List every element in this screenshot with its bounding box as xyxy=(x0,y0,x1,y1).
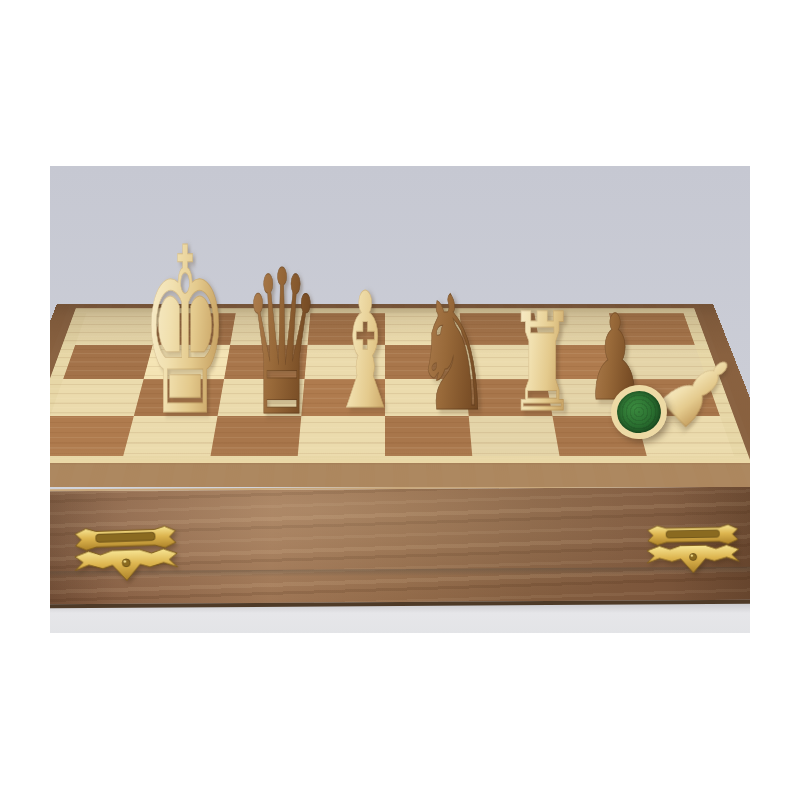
board-square xyxy=(534,313,617,345)
board-square xyxy=(385,313,462,345)
board-square xyxy=(144,345,230,379)
board-square xyxy=(308,313,385,345)
board-square xyxy=(218,379,305,416)
board-square xyxy=(385,416,472,456)
board-square xyxy=(63,345,153,379)
board-square xyxy=(230,313,310,345)
board-square xyxy=(153,313,236,345)
board-square xyxy=(301,379,385,416)
board-square xyxy=(609,313,695,345)
board-square xyxy=(385,345,465,379)
board-square xyxy=(305,345,385,379)
board-square xyxy=(298,416,385,456)
board-square xyxy=(460,313,540,345)
board-square xyxy=(385,379,469,416)
board-square xyxy=(224,345,307,379)
board-square xyxy=(210,416,301,456)
product-photo-page: ♚ ♛ ♝ ♞ ♜ ♟ ♟ xyxy=(0,0,800,800)
board-square xyxy=(465,379,552,416)
chess-set-photo: ♚ ♛ ♝ ♞ ♜ ♟ ♟ xyxy=(50,166,750,633)
board-square xyxy=(75,313,161,345)
board-square xyxy=(540,345,626,379)
board-square xyxy=(123,416,217,456)
board-square xyxy=(50,416,134,456)
board-square xyxy=(50,379,143,416)
board-square xyxy=(469,416,560,456)
board-square xyxy=(134,379,224,416)
board-square xyxy=(462,345,545,379)
board-square xyxy=(617,345,707,379)
